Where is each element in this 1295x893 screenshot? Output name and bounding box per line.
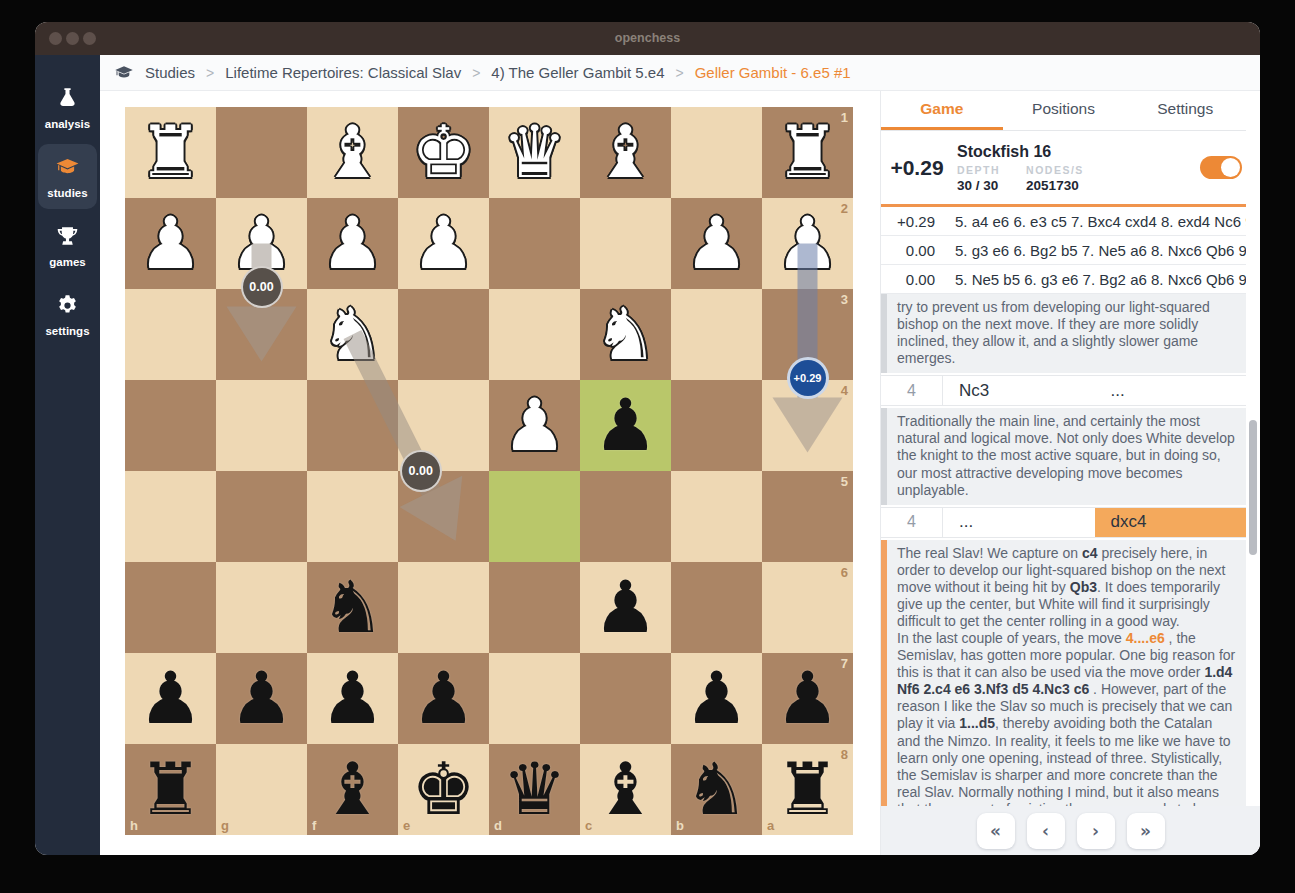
analysis-panel: Game Positions Settings +0.29 Stockfish … — [880, 91, 1260, 855]
square-f5[interactable] — [307, 471, 398, 562]
white-pawn-b2[interactable]: ♟ — [671, 198, 762, 289]
square-b7[interactable]: ♟ — [671, 653, 762, 744]
sidebar: analysis studies games settings — [35, 55, 100, 855]
black-bishop-c8[interactable]: ♝ — [580, 744, 671, 835]
white-knight-f3[interactable]: ♞ — [307, 289, 398, 380]
white-pawn-h2[interactable]: ♟ — [125, 198, 216, 289]
square-d2[interactable] — [489, 198, 580, 289]
square-a5[interactable]: 5 — [762, 471, 853, 562]
annotation-note: try to prevent us from developing our li… — [881, 294, 1246, 373]
square-d7[interactable] — [489, 653, 580, 744]
tab-positions[interactable]: Positions — [1003, 91, 1125, 130]
square-f1[interactable]: ♝ — [307, 107, 398, 198]
square-h7[interactable]: ♟ — [125, 653, 216, 744]
white-knight-c3[interactable]: ♞ — [580, 289, 671, 380]
engine-toggle[interactable] — [1200, 156, 1242, 179]
square-f2[interactable]: ♟ — [307, 198, 398, 289]
trophy-icon — [55, 223, 81, 249]
line-moves: 5. g3 e6 6. Bg2 b5 7. Ne5 a6 8. Nxc6 Qb6… — [941, 242, 1246, 259]
sidebar-item-label: games — [49, 256, 85, 268]
square-h3[interactable] — [125, 289, 216, 380]
white-king-e1[interactable]: ♚ — [398, 107, 489, 198]
square-d4[interactable]: ♟ — [489, 380, 580, 471]
black-pawn-a7[interactable]: ♟ — [762, 653, 853, 744]
black-pawn-e7[interactable]: ♟ — [398, 653, 489, 744]
square-a8[interactable]: 8a♜ — [762, 744, 853, 835]
black-knight-f6[interactable]: ♞ — [307, 562, 398, 653]
square-c3[interactable]: ♞ — [580, 289, 671, 380]
annotation-note: Traditionally the main line, and certain… — [881, 408, 1246, 504]
square-f6[interactable]: ♞ — [307, 562, 398, 653]
square-d8[interactable]: d♛ — [489, 744, 580, 835]
engine-eval: +0.29 — [881, 156, 953, 180]
square-d6[interactable] — [489, 562, 580, 653]
square-e8[interactable]: e♚ — [398, 744, 489, 835]
file-label: g — [221, 818, 229, 833]
square-a7[interactable]: 7♟ — [762, 653, 853, 744]
line-moves: 5. Ne5 b5 6. g3 e6 7. Bg2 a6 8. Nxc6 Qb6… — [941, 271, 1246, 288]
square-b5[interactable] — [671, 471, 762, 562]
square-g6[interactable] — [216, 562, 307, 653]
first-move-button[interactable]: « — [977, 813, 1015, 849]
square-a6[interactable]: 6 — [762, 562, 853, 653]
move-row: 4...dxc4 — [881, 507, 1246, 538]
square-h6[interactable] — [125, 562, 216, 653]
board-squares: ♜♝♚♛♝1♜♟♟♟♟♟2♟♞♞3♟♟45♞♟6♟♟♟♟♟7♟h♜gf♝e♚d♛… — [125, 107, 853, 835]
line-moves: 5. a4 e6 6. e3 c5 7. Bxc4 cxd4 8. exd4 N… — [941, 213, 1246, 230]
square-b2[interactable]: ♟ — [671, 198, 762, 289]
white-pawn-g2[interactable]: ♟ — [216, 198, 307, 289]
studies-breadcrumb-icon — [114, 63, 134, 83]
white-pawn-f2[interactable]: ♟ — [307, 198, 398, 289]
chess-board: ♜♝♚♛♝1♜♟♟♟♟♟2♟♞♞3♟♟45♞♟6♟♟♟♟♟7♟h♜gf♝e♚d♛… — [125, 107, 853, 835]
square-e1[interactable]: ♚ — [398, 107, 489, 198]
square-f7[interactable]: ♟ — [307, 653, 398, 744]
gear-icon — [55, 292, 81, 318]
black-queen-d8[interactable]: ♛ — [489, 744, 580, 835]
breadcrumb-separator-icon: > — [206, 65, 214, 81]
rank-label: 6 — [841, 565, 848, 580]
sidebar-item-games[interactable]: games — [38, 213, 97, 278]
move-white[interactable]: ... — [943, 508, 1095, 537]
white-pawn-e2[interactable]: ♟ — [398, 198, 489, 289]
window-title: openchess — [35, 22, 1260, 55]
square-g7[interactable]: ♟ — [216, 653, 307, 744]
white-pawn-d4[interactable]: ♟ — [489, 380, 580, 471]
sidebar-item-label: settings — [45, 325, 89, 337]
square-f3[interactable]: ♞ — [307, 289, 398, 380]
breadcrumb-separator-icon: > — [472, 65, 480, 81]
square-h1[interactable]: ♜ — [125, 107, 216, 198]
square-a4[interactable]: 4 — [762, 380, 853, 471]
square-b8[interactable]: b♞ — [671, 744, 762, 835]
white-queen-d1[interactable]: ♛ — [489, 107, 580, 198]
square-d3[interactable] — [489, 289, 580, 380]
app-window: openchess analysis studies games settin — [35, 22, 1260, 855]
sidebar-item-studies[interactable]: studies — [38, 144, 97, 209]
flask-icon — [55, 85, 81, 111]
graduation-cap-icon — [55, 154, 81, 180]
black-rook-h8[interactable]: ♜ — [125, 744, 216, 835]
square-e6[interactable] — [398, 562, 489, 653]
square-g4[interactable] — [216, 380, 307, 471]
line-eval: 0.00 — [881, 242, 941, 259]
black-pawn-h7[interactable]: ♟ — [125, 653, 216, 744]
tab-settings[interactable]: Settings — [1124, 91, 1246, 130]
engine-lines: +0.295. a4 e6 6. e3 c5 7. Bxc4 cxd4 8. e… — [881, 207, 1260, 294]
sidebar-item-analysis[interactable]: analysis — [38, 75, 97, 140]
square-a3[interactable]: 3 — [762, 289, 853, 380]
move-number: 4 — [881, 376, 943, 405]
title-bar: openchess — [35, 22, 1260, 55]
square-f4[interactable] — [307, 380, 398, 471]
black-pawn-c4[interactable]: ♟ — [580, 380, 671, 471]
move-white[interactable]: Nc3 — [943, 376, 1095, 405]
rank-label: 3 — [841, 292, 848, 307]
square-c5[interactable] — [580, 471, 671, 562]
engine-line[interactable]: 0.005. Ne5 b5 6. g3 e6 7. Bg2 a6 8. Nxc6… — [881, 265, 1246, 294]
square-g1[interactable] — [216, 107, 307, 198]
breadcrumb: Studies>Lifetime Repertoires: Classical … — [100, 55, 1260, 91]
line-eval: 0.00 — [881, 271, 941, 288]
square-h8[interactable]: h♜ — [125, 744, 216, 835]
annotation-note: The real Slav! We capture on c4 precisel… — [881, 540, 1246, 806]
rank-label: 4 — [841, 383, 848, 398]
tab-game[interactable]: Game — [881, 91, 1003, 130]
black-knight-b8[interactable]: ♞ — [671, 744, 762, 835]
square-g8[interactable]: g — [216, 744, 307, 835]
engine-depth: DEPTH 30 / 30 — [957, 164, 1000, 193]
square-c8[interactable]: c♝ — [580, 744, 671, 835]
breadcrumb-items: Studies>Lifetime Repertoires: Classical … — [145, 64, 851, 81]
panel-tabs: Game Positions Settings — [881, 91, 1246, 131]
move-navigation: «‹›» — [881, 806, 1260, 855]
square-h5[interactable] — [125, 471, 216, 562]
move-row: 4Nc3... — [881, 375, 1246, 406]
move-black[interactable]: ... — [1095, 376, 1247, 405]
line-eval: +0.29 — [881, 213, 941, 230]
engine-name: Stockfish 16 — [957, 143, 1200, 161]
square-e4[interactable] — [398, 380, 489, 471]
engine-line[interactable]: 0.005. g3 e6 6. Bg2 b5 7. Ne5 a6 8. Nxc6… — [881, 236, 1246, 265]
move-black[interactable]: dxc4 — [1095, 508, 1247, 537]
breadcrumb-item[interactable]: Geller Gambit - 6.e5 #1 — [695, 64, 851, 81]
black-king-e8[interactable]: ♚ — [398, 744, 489, 835]
engine-box: +0.29 Stockfish 16 DEPTH 30 / 30 NODES/S… — [881, 131, 1246, 207]
square-h2[interactable]: ♟ — [125, 198, 216, 289]
square-e2[interactable]: ♟ — [398, 198, 489, 289]
square-b4[interactable] — [671, 380, 762, 471]
sidebar-item-label: studies — [47, 187, 87, 199]
square-c7[interactable] — [580, 653, 671, 744]
breadcrumb-item[interactable]: 4) The Geller Gambit 5.e4 — [491, 64, 664, 81]
move-annotations: try to prevent us from developing our li… — [881, 294, 1260, 806]
square-a2[interactable]: 2♟ — [762, 198, 853, 289]
square-b3[interactable] — [671, 289, 762, 380]
next-move-button[interactable]: › — [1077, 813, 1115, 849]
square-h4[interactable] — [125, 380, 216, 471]
white-bishop-c1[interactable]: ♝ — [580, 107, 671, 198]
square-a1[interactable]: 1♜ — [762, 107, 853, 198]
square-b1[interactable] — [671, 107, 762, 198]
white-bishop-f1[interactable]: ♝ — [307, 107, 398, 198]
engine-info: Stockfish 16 DEPTH 30 / 30 NODES/S 20517… — [953, 143, 1200, 193]
square-d1[interactable]: ♛ — [489, 107, 580, 198]
square-c6[interactable]: ♟ — [580, 562, 671, 653]
panel-scrollbar[interactable] — [1249, 420, 1257, 555]
square-g2[interactable]: ♟ — [216, 198, 307, 289]
white-rook-a1[interactable]: ♜ — [762, 107, 853, 198]
last-move-button[interactable]: » — [1127, 813, 1165, 849]
black-pawn-c6[interactable]: ♟ — [580, 562, 671, 653]
breadcrumb-item[interactable]: Lifetime Repertoires: Classical Slav — [225, 64, 461, 81]
black-pawn-g7[interactable]: ♟ — [216, 653, 307, 744]
breadcrumb-separator-icon: > — [675, 65, 683, 81]
prev-move-button[interactable]: ‹ — [1027, 813, 1065, 849]
square-g3[interactable] — [216, 289, 307, 380]
black-pawn-b7[interactable]: ♟ — [671, 653, 762, 744]
move-number: 4 — [881, 508, 943, 537]
engine-line[interactable]: +0.295. a4 e6 6. e3 c5 7. Bxc4 cxd4 8. e… — [881, 207, 1246, 236]
square-f8[interactable]: f♝ — [307, 744, 398, 835]
square-e5[interactable] — [398, 471, 489, 562]
square-c4[interactable]: ♟ — [580, 380, 671, 471]
square-e3[interactable] — [398, 289, 489, 380]
breadcrumb-item[interactable]: Studies — [145, 64, 195, 81]
engine-nodes: NODES/S 2051730 — [1026, 164, 1084, 193]
toggle-knob — [1221, 158, 1240, 177]
black-pawn-f7[interactable]: ♟ — [307, 653, 398, 744]
square-c2[interactable] — [580, 198, 671, 289]
square-b6[interactable] — [671, 562, 762, 653]
black-bishop-f8[interactable]: ♝ — [307, 744, 398, 835]
square-e7[interactable]: ♟ — [398, 653, 489, 744]
square-c1[interactable]: ♝ — [580, 107, 671, 198]
square-d5[interactable] — [489, 471, 580, 562]
white-pawn-a2[interactable]: ♟ — [762, 198, 853, 289]
sidebar-item-label: analysis — [45, 118, 90, 130]
black-rook-a8[interactable]: ♜ — [762, 744, 853, 835]
white-rook-h1[interactable]: ♜ — [125, 107, 216, 198]
sidebar-item-settings[interactable]: settings — [38, 282, 97, 347]
square-g5[interactable] — [216, 471, 307, 562]
rank-label: 5 — [841, 474, 848, 489]
